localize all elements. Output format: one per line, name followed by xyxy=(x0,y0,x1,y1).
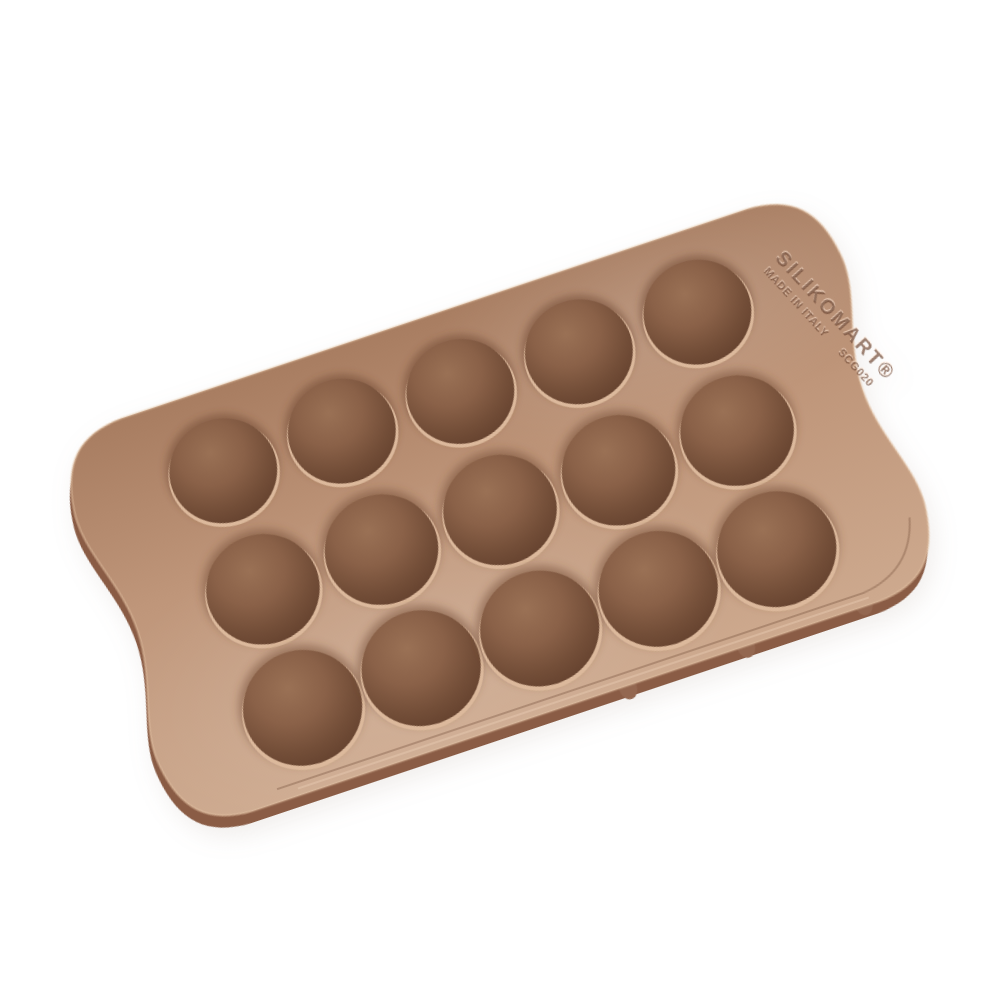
chocolate-mold-tray: SILIKOMART® SILIKOMART® MADE IN ITALY MA… xyxy=(24,170,976,851)
tray-svg: SILIKOMART® SILIKOMART® MADE IN ITALY MA… xyxy=(24,170,976,851)
product-photo-scene: SILIKOMART® SILIKOMART® MADE IN ITALY MA… xyxy=(0,0,1000,1000)
